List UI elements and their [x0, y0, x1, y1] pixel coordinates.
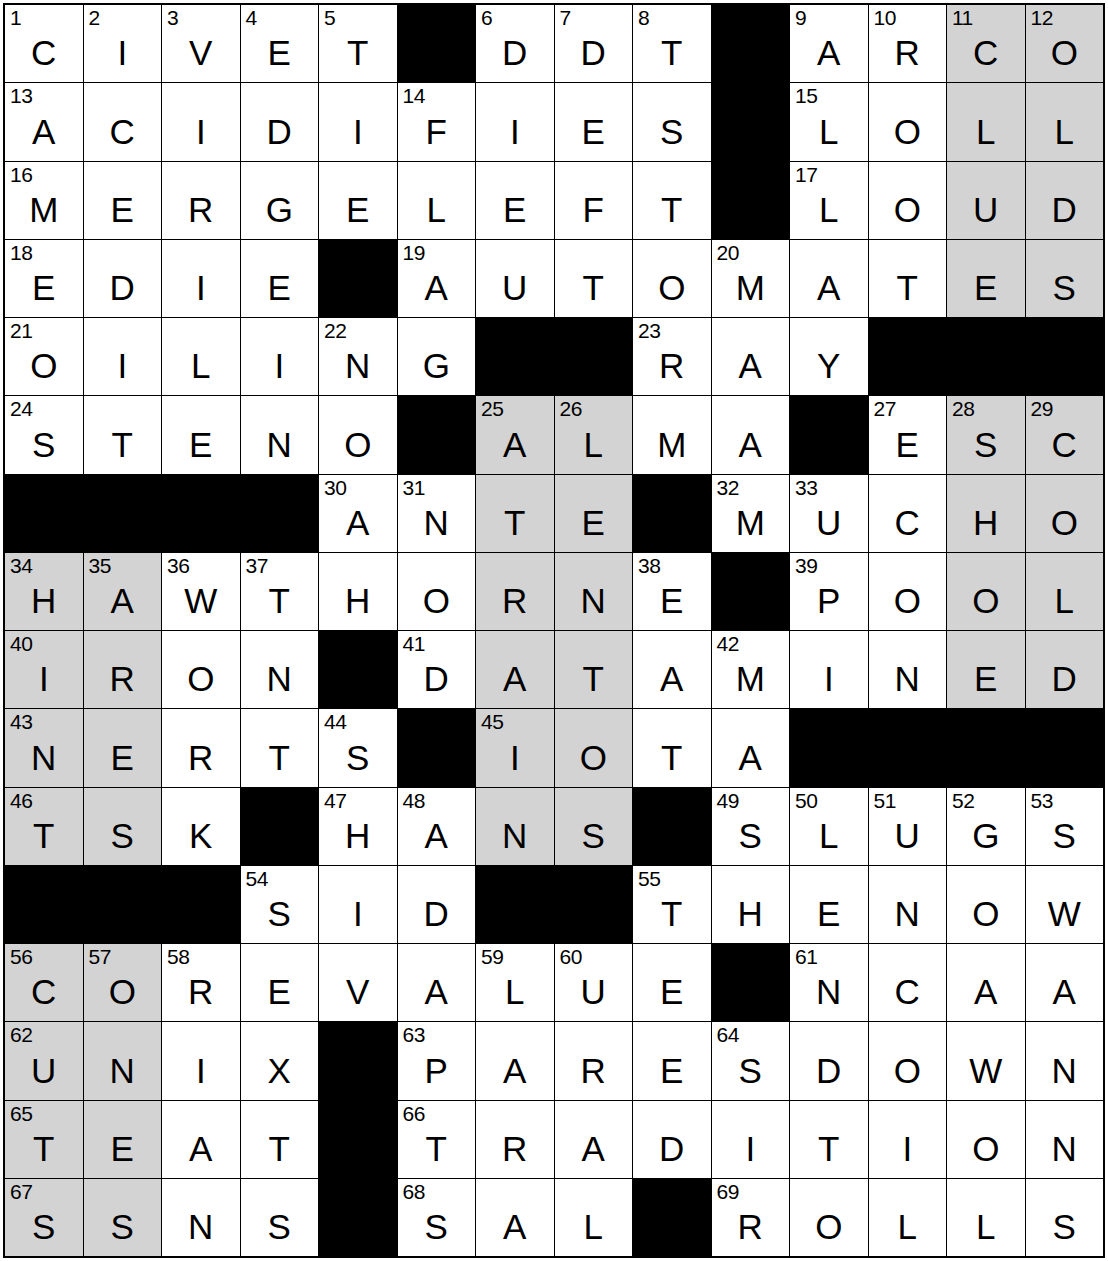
cell-r13c13[interactable]: A — [947, 944, 1025, 1021]
cell-r5c3[interactable]: L — [162, 318, 240, 395]
cell-letter: E — [111, 740, 134, 787]
cell-r15c11[interactable]: T — [790, 1101, 868, 1178]
cell-r2c6[interactable]: 14F — [398, 83, 476, 160]
cell-letter: N — [188, 1209, 213, 1256]
cell-r16c8[interactable]: L — [555, 1179, 633, 1256]
clue-number: 63 — [403, 1023, 425, 1046]
cell-r8c1[interactable]: 34H — [5, 553, 83, 630]
cell-letter: O — [580, 740, 607, 787]
cell-r14c10[interactable]: 64S — [712, 1022, 790, 1099]
cell-r16c6[interactable]: 68S — [398, 1179, 476, 1256]
cell-r7c11[interactable]: 33U — [790, 475, 868, 552]
cell-r4c14[interactable]: S — [1026, 240, 1104, 317]
cell-r9c13[interactable]: E — [947, 631, 1025, 708]
cell-r13c4[interactable]: E — [241, 944, 319, 1021]
cell-r8c2[interactable]: 35A — [84, 553, 162, 630]
cell-letter: O — [344, 427, 371, 474]
cell-letter: R — [188, 192, 213, 239]
cell-r4c3[interactable]: I — [162, 240, 240, 317]
cell-r4c4[interactable]: E — [241, 240, 319, 317]
cell-r4c10[interactable]: 20M — [712, 240, 790, 317]
clue-number: 19 — [403, 241, 425, 264]
cell-r11c2[interactable]: S — [84, 788, 162, 865]
cell-r6c10[interactable]: A — [712, 396, 790, 473]
cell-r14c12[interactable]: O — [869, 1022, 947, 1099]
cell-r5c6[interactable]: G — [398, 318, 476, 395]
cell-r13c3[interactable]: 58R — [162, 944, 240, 1021]
cell-letter: A — [425, 818, 448, 865]
cell-letter: L — [898, 1209, 917, 1256]
cell-r6c14[interactable]: 29C — [1026, 396, 1104, 473]
cell-r13c1[interactable]: 56C — [5, 944, 83, 1021]
cell-r9c14[interactable]: D — [1026, 631, 1104, 708]
cell-r16c14[interactable]: S — [1026, 1179, 1104, 1256]
cell-letter: E — [268, 35, 291, 82]
cell-r10c2[interactable]: E — [84, 709, 162, 786]
clue-number: 38 — [638, 554, 660, 577]
cell-r6c13[interactable]: 28S — [947, 396, 1025, 473]
cell-r1c8[interactable]: 7D — [555, 5, 633, 82]
cell-r16c12[interactable]: L — [869, 1179, 947, 1256]
cell-letter: I — [117, 35, 127, 82]
cell-r14c13[interactable]: W — [947, 1022, 1025, 1099]
cell-letter: R — [581, 1053, 606, 1100]
cell-letter: A — [739, 740, 762, 787]
clue-number: 65 — [10, 1102, 32, 1125]
cell-r9c2[interactable]: R — [84, 631, 162, 708]
cell-r13c8[interactable]: 60U — [555, 944, 633, 1021]
cell-letter: H — [345, 818, 370, 865]
cell-r4c1[interactable]: 18E — [5, 240, 83, 317]
cell-r15c2[interactable]: E — [84, 1101, 162, 1178]
cell-r5c5[interactable]: 22N — [319, 318, 397, 395]
cell-r8c9[interactable]: 38E — [633, 553, 711, 630]
cell-r9c9[interactable]: A — [633, 631, 711, 708]
cell-letter: M — [736, 661, 765, 708]
cell-r12c3 — [162, 866, 240, 943]
cell-letter: A — [425, 270, 448, 317]
cell-letter: O — [1051, 35, 1078, 82]
cell-letter: L — [427, 192, 446, 239]
cell-letter: E — [660, 974, 683, 1021]
cell-r12c6[interactable]: D — [398, 866, 476, 943]
cell-letter: S — [739, 818, 762, 865]
cell-r4c8[interactable]: T — [555, 240, 633, 317]
cell-letter: I — [745, 1131, 755, 1178]
cell-r12c13[interactable]: O — [947, 866, 1025, 943]
clue-number: 31 — [403, 476, 425, 499]
clue-number: 46 — [10, 789, 32, 812]
cell-r11c6[interactable]: 48A — [398, 788, 476, 865]
cell-letter: T — [661, 192, 682, 239]
cell-r7c10[interactable]: 32M — [712, 475, 790, 552]
cell-letter: I — [510, 740, 520, 787]
cell-r16c13[interactable]: L — [947, 1179, 1025, 1256]
cell-r6c5[interactable]: O — [319, 396, 397, 473]
cell-letter: I — [510, 114, 520, 161]
cell-letter: O — [815, 1209, 842, 1256]
clue-number: 62 — [10, 1023, 32, 1046]
cell-r9c11[interactable]: I — [790, 631, 868, 708]
cell-r7c6[interactable]: 31N — [398, 475, 476, 552]
cell-letter: L — [584, 427, 603, 474]
cell-letter: S — [268, 1209, 291, 1256]
cell-r6c12[interactable]: 27E — [869, 396, 947, 473]
cell-r1c10 — [712, 5, 790, 82]
cell-r11c12[interactable]: 51U — [869, 788, 947, 865]
cell-r11c3[interactable]: K — [162, 788, 240, 865]
cell-r9c4[interactable]: N — [241, 631, 319, 708]
cell-letter: T — [112, 427, 133, 474]
cell-letter: I — [353, 114, 363, 161]
cell-r4c2[interactable]: D — [84, 240, 162, 317]
cell-letter: N — [1052, 1131, 1077, 1178]
cell-r9c10[interactable]: 42M — [712, 631, 790, 708]
cell-letter: P — [425, 1053, 448, 1100]
cell-r2c2[interactable]: C — [84, 83, 162, 160]
cell-r5c4[interactable]: I — [241, 318, 319, 395]
cell-letter: K — [189, 818, 212, 865]
cell-letter: N — [267, 427, 292, 474]
cell-r10c8[interactable]: O — [555, 709, 633, 786]
cell-r1c4[interactable]: 4E — [241, 5, 319, 82]
cell-r5c9[interactable]: 23R — [633, 318, 711, 395]
cell-r5c10[interactable]: A — [712, 318, 790, 395]
cell-letter: U — [581, 974, 606, 1021]
cell-r8c4[interactable]: 37T — [241, 553, 319, 630]
cell-r5c11[interactable]: Y — [790, 318, 868, 395]
cell-r1c5[interactable]: 5T — [319, 5, 397, 82]
cell-r16c11[interactable]: O — [790, 1179, 868, 1256]
cell-r15c12[interactable]: I — [869, 1101, 947, 1178]
cell-r10c1[interactable]: 43N — [5, 709, 83, 786]
cell-r14c9[interactable]: E — [633, 1022, 711, 1099]
cell-r15c3[interactable]: A — [162, 1101, 240, 1178]
cell-r16c3[interactable]: N — [162, 1179, 240, 1256]
cell-r14c4[interactable]: X — [241, 1022, 319, 1099]
cell-r15c9[interactable]: D — [633, 1101, 711, 1178]
cell-r6c2[interactable]: T — [84, 396, 162, 473]
cell-r13c9[interactable]: E — [633, 944, 711, 1021]
cell-letter: T — [583, 270, 604, 317]
cell-r12c4[interactable]: 54S — [241, 866, 319, 943]
cell-letter: X — [268, 1053, 291, 1100]
cell-r13c14[interactable]: A — [1026, 944, 1104, 1021]
cell-letter: H — [345, 583, 370, 630]
cell-r16c1[interactable]: 67S — [5, 1179, 83, 1256]
clue-number: 17 — [795, 163, 817, 186]
cell-r10c11 — [790, 709, 868, 786]
cell-r11c11[interactable]: 50L — [790, 788, 868, 865]
cell-r7c5[interactable]: 30A — [319, 475, 397, 552]
cell-letter: S — [1053, 1209, 1076, 1256]
cell-r1c3[interactable]: 3V — [162, 5, 240, 82]
cell-letter: I — [902, 1131, 912, 1178]
cell-r15c7[interactable]: R — [476, 1101, 554, 1178]
cell-r12c11[interactable]: E — [790, 866, 868, 943]
cell-r13c7[interactable]: 59L — [476, 944, 554, 1021]
cell-r3c6[interactable]: L — [398, 162, 476, 239]
clue-number: 14 — [403, 84, 425, 107]
cell-letter: N — [1052, 1053, 1077, 1100]
cell-r11c10[interactable]: 49S — [712, 788, 790, 865]
cell-r2c12[interactable]: O — [869, 83, 947, 160]
cell-letter: U — [973, 192, 998, 239]
cell-r4c12[interactable]: T — [869, 240, 947, 317]
cell-r6c3[interactable]: E — [162, 396, 240, 473]
cell-r8c13[interactable]: O — [947, 553, 1025, 630]
cell-r1c1[interactable]: 1C — [5, 5, 83, 82]
clue-number: 68 — [403, 1180, 425, 1203]
clue-number: 44 — [324, 710, 346, 733]
cell-letter: W — [1048, 896, 1081, 943]
cell-letter: D — [659, 1131, 684, 1178]
cell-r2c10 — [712, 83, 790, 160]
cell-r7c7[interactable]: T — [476, 475, 554, 552]
cell-letter: O — [894, 192, 921, 239]
cell-letter: O — [187, 661, 214, 708]
cell-r4c11[interactable]: A — [790, 240, 868, 317]
cell-r2c8[interactable]: E — [555, 83, 633, 160]
cell-r2c4[interactable]: D — [241, 83, 319, 160]
cell-r9c1[interactable]: 40I — [5, 631, 83, 708]
cell-letter: D — [424, 661, 449, 708]
cell-r12c5[interactable]: I — [319, 866, 397, 943]
cell-r9c8[interactable]: T — [555, 631, 633, 708]
cell-r3c12[interactable]: O — [869, 162, 947, 239]
cell-r6c9[interactable]: M — [633, 396, 711, 473]
cell-r15c1[interactable]: 65T — [5, 1101, 83, 1178]
cell-letter: I — [196, 1053, 206, 1100]
cell-letter: E — [660, 1053, 683, 1100]
cell-r11c14[interactable]: 53S — [1026, 788, 1104, 865]
cell-r15c6[interactable]: 66T — [398, 1101, 476, 1178]
cell-r13c6[interactable]: A — [398, 944, 476, 1021]
cell-letter: M — [29, 192, 58, 239]
cell-r1c2[interactable]: 2I — [84, 5, 162, 82]
cell-r1c7[interactable]: 6D — [476, 5, 554, 82]
cell-letter: N — [31, 740, 56, 787]
cell-letter: R — [659, 348, 684, 395]
clue-number: 20 — [717, 241, 739, 264]
cell-r6c4[interactable]: N — [241, 396, 319, 473]
cell-r12c10[interactable]: H — [712, 866, 790, 943]
cell-r6c8[interactable]: 26L — [555, 396, 633, 473]
cell-r9c6[interactable]: 41D — [398, 631, 476, 708]
cell-r2c13[interactable]: L — [947, 83, 1025, 160]
cell-r7c13[interactable]: H — [947, 475, 1025, 552]
cell-r14c3[interactable]: I — [162, 1022, 240, 1099]
cell-letter: H — [31, 583, 56, 630]
cell-r12c12[interactable]: N — [869, 866, 947, 943]
cell-r14c7[interactable]: A — [476, 1022, 554, 1099]
cell-r13c11[interactable]: 61N — [790, 944, 868, 1021]
cell-r8c14[interactable]: L — [1026, 553, 1104, 630]
cell-r12c2 — [84, 866, 162, 943]
cell-letter: N — [816, 974, 841, 1021]
cell-r5c7 — [476, 318, 554, 395]
clue-number: 10 — [874, 6, 896, 29]
cell-r3c3[interactable]: R — [162, 162, 240, 239]
cell-letter: E — [268, 974, 291, 1021]
cell-r7c3 — [162, 475, 240, 552]
cell-r6c1[interactable]: 24S — [5, 396, 83, 473]
cell-r13c2[interactable]: 57O — [84, 944, 162, 1021]
cell-r4c9[interactable]: O — [633, 240, 711, 317]
clue-number: 40 — [10, 632, 32, 655]
cell-letter: D — [424, 896, 449, 943]
cell-r7c4 — [241, 475, 319, 552]
cell-r3c4[interactable]: G — [241, 162, 319, 239]
cell-r3c1[interactable]: 16M — [5, 162, 83, 239]
cell-r11c4 — [241, 788, 319, 865]
cell-r3c2[interactable]: E — [84, 162, 162, 239]
cell-letter: C — [895, 974, 920, 1021]
clue-number: 56 — [10, 945, 32, 968]
cell-letter: U — [895, 818, 920, 865]
crossword-board: 1C2I3V4E5T6D7D8T9A10R11C12O13ACIDI14FIES… — [0, 0, 1108, 1261]
cell-r7c9 — [633, 475, 711, 552]
clue-number: 36 — [167, 554, 189, 577]
cell-letter: E — [346, 192, 369, 239]
cell-r1c11[interactable]: 9A — [790, 5, 868, 82]
cell-r12c14[interactable]: W — [1026, 866, 1104, 943]
cell-r2c7[interactable]: I — [476, 83, 554, 160]
cell-r1c9[interactable]: 8T — [633, 5, 711, 82]
cell-r9c12[interactable]: N — [869, 631, 947, 708]
cell-r2c5[interactable]: I — [319, 83, 397, 160]
cell-r7c8[interactable]: E — [555, 475, 633, 552]
cell-letter: T — [818, 1131, 839, 1178]
cell-r11c7[interactable]: N — [476, 788, 554, 865]
cell-r13c10 — [712, 944, 790, 1021]
cell-letter: N — [267, 661, 292, 708]
cell-r15c10[interactable]: I — [712, 1101, 790, 1178]
cell-r6c7[interactable]: 25A — [476, 396, 554, 473]
cell-r13c12[interactable]: C — [869, 944, 947, 1021]
cell-r8c6[interactable]: O — [398, 553, 476, 630]
cell-r2c11[interactable]: 15L — [790, 83, 868, 160]
cell-letter: L — [976, 114, 995, 161]
cell-letter: R — [502, 1131, 527, 1178]
cell-r7c14[interactable]: O — [1026, 475, 1104, 552]
cell-r5c2[interactable]: I — [84, 318, 162, 395]
cell-r16c10[interactable]: 69R — [712, 1179, 790, 1256]
cell-r8c3[interactable]: 36W — [162, 553, 240, 630]
cell-r3c13[interactable]: U — [947, 162, 1025, 239]
cell-r2c3[interactable]: I — [162, 83, 240, 160]
cell-r12c9[interactable]: 55T — [633, 866, 711, 943]
cell-r7c12[interactable]: C — [869, 475, 947, 552]
cell-r2c14[interactable]: L — [1026, 83, 1104, 160]
cell-r3c7[interactable]: E — [476, 162, 554, 239]
cell-r5c1[interactable]: 21O — [5, 318, 83, 395]
cell-r14c6[interactable]: 63P — [398, 1022, 476, 1099]
cell-r10c5[interactable]: 44S — [319, 709, 397, 786]
cell-r15c13[interactable]: O — [947, 1101, 1025, 1178]
cell-letter: M — [736, 505, 765, 552]
cell-r5c14 — [1026, 318, 1104, 395]
cell-r5c8 — [555, 318, 633, 395]
cell-letter: A — [346, 505, 369, 552]
cell-letter: E — [974, 661, 997, 708]
cell-r3c9[interactable]: T — [633, 162, 711, 239]
cell-letter: E — [896, 427, 919, 474]
cell-r10c3[interactable]: R — [162, 709, 240, 786]
cell-r4c6[interactable]: 19A — [398, 240, 476, 317]
cell-r2c1[interactable]: 13A — [5, 83, 83, 160]
cell-r11c1[interactable]: 46T — [5, 788, 83, 865]
cell-r10c4[interactable]: T — [241, 709, 319, 786]
cell-r8c5[interactable]: H — [319, 553, 397, 630]
clue-number: 33 — [795, 476, 817, 499]
cell-r14c8[interactable]: R — [555, 1022, 633, 1099]
cell-r8c7[interactable]: R — [476, 553, 554, 630]
clue-number: 67 — [10, 1180, 32, 1203]
cell-r4c7[interactable]: U — [476, 240, 554, 317]
cell-r15c8[interactable]: A — [555, 1101, 633, 1178]
cell-r8c12[interactable]: O — [869, 553, 947, 630]
cell-r3c14[interactable]: D — [1026, 162, 1104, 239]
cell-r9c7[interactable]: A — [476, 631, 554, 708]
cell-r10c14 — [1026, 709, 1104, 786]
cell-letter: A — [503, 661, 526, 708]
cell-r10c9[interactable]: T — [633, 709, 711, 786]
cell-r11c13[interactable]: 52G — [947, 788, 1025, 865]
cell-letter: E — [111, 1131, 134, 1178]
cell-r14c2[interactable]: N — [84, 1022, 162, 1099]
cell-r8c11[interactable]: 39P — [790, 553, 868, 630]
cell-r13c5[interactable]: V — [319, 944, 397, 1021]
cell-r3c11[interactable]: 17L — [790, 162, 868, 239]
cell-r14c11[interactable]: D — [790, 1022, 868, 1099]
cell-letter: H — [738, 896, 763, 943]
cell-r8c8[interactable]: N — [555, 553, 633, 630]
cell-letter: A — [503, 1209, 526, 1256]
cell-r4c13[interactable]: E — [947, 240, 1025, 317]
cell-r1c13[interactable]: 11C — [947, 5, 1025, 82]
cell-letter: T — [504, 505, 525, 552]
cell-r3c5[interactable]: E — [319, 162, 397, 239]
cell-r16c7[interactable]: A — [476, 1179, 554, 1256]
cell-r11c5[interactable]: 47H — [319, 788, 397, 865]
cell-r10c6 — [398, 709, 476, 786]
cell-r2c9[interactable]: S — [633, 83, 711, 160]
crossword-grid: 1C2I3V4E5T6D7D8T9A10R11C12O13ACIDI14FIES… — [3, 3, 1105, 1258]
cell-r10c10[interactable]: A — [712, 709, 790, 786]
cell-letter: R — [895, 35, 920, 82]
cell-r14c1[interactable]: 62U — [5, 1022, 83, 1099]
cell-letter: O — [1051, 505, 1078, 552]
cell-r16c4[interactable]: S — [241, 1179, 319, 1256]
cell-r11c8[interactable]: S — [555, 788, 633, 865]
cell-r14c14[interactable]: N — [1026, 1022, 1104, 1099]
cell-r1c12[interactable]: 10R — [869, 5, 947, 82]
cell-r3c8[interactable]: F — [555, 162, 633, 239]
cell-letter: S — [111, 1209, 134, 1256]
cell-letter: Y — [817, 348, 840, 395]
clue-number: 52 — [952, 789, 974, 812]
cell-r10c7[interactable]: 45I — [476, 709, 554, 786]
clue-number: 28 — [952, 397, 974, 420]
clue-number: 30 — [324, 476, 346, 499]
cell-r15c4[interactable]: T — [241, 1101, 319, 1178]
cell-r1c14[interactable]: 12O — [1026, 5, 1104, 82]
cell-r16c2[interactable]: S — [84, 1179, 162, 1256]
clue-number: 53 — [1031, 789, 1053, 812]
cell-r9c3[interactable]: O — [162, 631, 240, 708]
cell-r15c14[interactable]: N — [1026, 1101, 1104, 1178]
